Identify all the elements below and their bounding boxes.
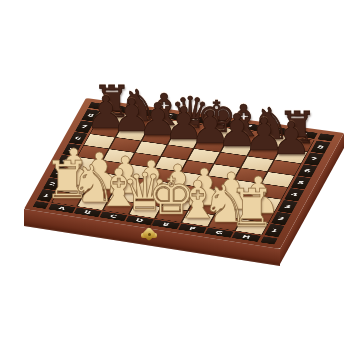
- clasp-keyhole: [148, 233, 151, 236]
- piece-black-pawn-h7[interactable]: ♟: [271, 117, 311, 162]
- piece-white-rook-h1[interactable]: ♜: [228, 182, 275, 234]
- brass-clasp: [139, 225, 159, 245]
- rank-label-right-6: 6: [297, 164, 317, 177]
- corner-block-1: [317, 133, 334, 141]
- rank-label-right-5: 5: [291, 176, 311, 189]
- rank-label-right-4: 4: [284, 188, 304, 201]
- chess-set-photo: AA11BB22CC33DD44EE55FF66GG77HH88 ♜♞♝♛♚♝♞…: [0, 0, 350, 350]
